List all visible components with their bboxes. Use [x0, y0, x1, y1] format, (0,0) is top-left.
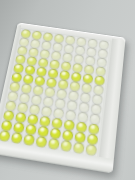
well-K8 [87, 134, 98, 145]
well-H8 [91, 104, 102, 115]
well-L5 [48, 138, 59, 150]
photo-background [0, 0, 135, 180]
well-J5 [51, 118, 62, 129]
well-K6 [62, 130, 73, 141]
well-J8 [88, 124, 99, 135]
well-K3 [25, 124, 36, 135]
well-L4 [36, 136, 47, 148]
well-K2 [13, 122, 25, 133]
well-K1 [1, 120, 13, 131]
well-L1 [0, 130, 10, 141]
well-L8 [86, 144, 97, 156]
well-L2 [11, 132, 23, 143]
well-J7 [76, 122, 87, 133]
well-I5 [53, 108, 64, 119]
well-K5 [50, 128, 61, 139]
well-I7 [77, 112, 88, 123]
well-J4 [39, 116, 50, 127]
well-L3 [23, 134, 35, 145]
well-I6 [65, 110, 76, 121]
well-I8 [90, 114, 101, 125]
microplate [0, 22, 126, 173]
well-H7 [79, 102, 90, 113]
well-grid [0, 29, 110, 157]
well-L6 [61, 140, 72, 152]
well-J3 [27, 114, 38, 125]
well-L7 [73, 142, 84, 154]
well-J6 [64, 120, 75, 131]
well-K4 [37, 126, 48, 137]
well-K7 [75, 132, 86, 143]
